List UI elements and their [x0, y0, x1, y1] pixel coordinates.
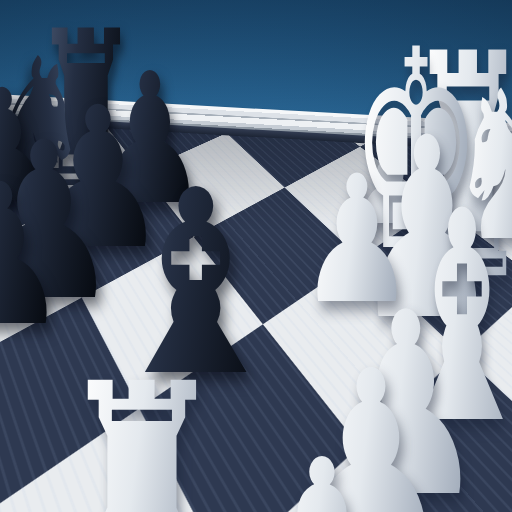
white-pawn-6[interactable]: ♟	[250, 433, 393, 512]
white-rook-a[interactable]: ♜	[56, 350, 228, 512]
pieces-layer: ♜♞♟♟♟♟♟♝♟♚♜♞♟♟♝♟♟♟♜	[0, 0, 512, 512]
black-pawn-5[interactable]: ♟	[0, 158, 70, 353]
chess-3d-scene: ♜♞♟♟♟♟♟♝♟♚♜♞♟♟♝♟♟♟♜	[0, 0, 512, 512]
